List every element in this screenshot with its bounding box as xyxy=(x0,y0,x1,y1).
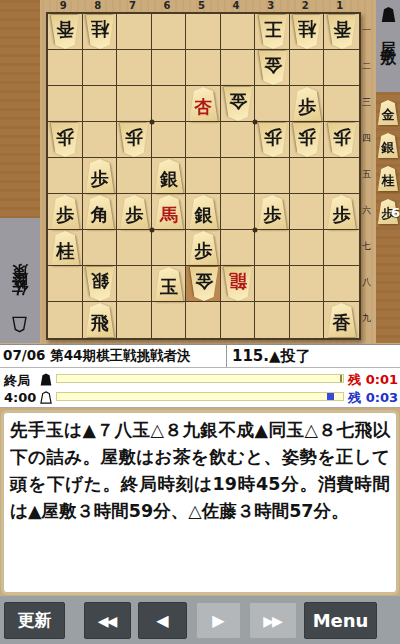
square-6九 xyxy=(152,302,187,338)
square-2九 xyxy=(290,302,325,338)
piece-gote-桂: 桂 xyxy=(84,15,115,49)
square-1七 xyxy=(324,230,359,266)
gote-bar-marker xyxy=(327,393,334,400)
piece-gote-歩: 歩 xyxy=(50,123,81,157)
board-area: 佐藤康 屋敷 金銀桂歩6 987654321 一二三四五六七八九 香桂王桂香金杏… xyxy=(0,0,400,343)
gote-time-bar xyxy=(56,392,344,401)
square-4一 xyxy=(221,14,256,50)
square-7七 xyxy=(117,230,152,266)
shogi-kifu-viewer: 佐藤康 屋敷 金銀桂歩6 987654321 一二三四五六七八九 香桂王桂香金杏… xyxy=(0,0,400,644)
piece-gote-桂: 桂 xyxy=(292,15,323,49)
black-piece-mark: ▲ xyxy=(269,347,281,365)
commentary-text: 先手玉は▲７八玉△８九銀不成▲同玉△８七飛以下の詰み。屋敷はお茶を飲むと、姿勢を… xyxy=(1,410,399,595)
square-3九 xyxy=(255,302,290,338)
square-9二 xyxy=(48,50,83,86)
piece-sente-歩: 歩 xyxy=(326,195,357,229)
square-7八 xyxy=(117,266,152,302)
control-bar: 更新 ◀◀ ◀ ▶ ▶▶ Menu xyxy=(0,596,400,644)
piece-sente-飛: 飛 xyxy=(84,303,115,337)
piece-sente-歩: 歩 xyxy=(257,195,288,229)
piece-sente-角: 角 xyxy=(84,195,115,229)
square-4二 xyxy=(221,50,256,86)
piece-gote-銀: 銀 xyxy=(84,267,115,301)
step-forward-button[interactable]: ▶ xyxy=(196,602,241,639)
square-1三 xyxy=(324,86,359,122)
piece-sente-銀: 銀 xyxy=(188,195,219,229)
square-5五 xyxy=(186,158,221,194)
square-4七 xyxy=(221,230,256,266)
square-7二 xyxy=(117,50,152,86)
file-label: 7 xyxy=(115,0,150,11)
gote-player-name: 佐藤康 xyxy=(12,288,28,309)
square-4九 xyxy=(221,302,256,338)
square-9三 xyxy=(48,86,83,122)
square-1五 xyxy=(324,158,359,194)
piece-sente-銀: 銀 xyxy=(153,159,184,193)
square-4五 xyxy=(221,158,256,194)
square-6三 xyxy=(152,86,187,122)
sente-bar-marker xyxy=(340,375,342,382)
piece-sente-歩: 歩 xyxy=(119,195,150,229)
piece-sente-玉: 玉 xyxy=(153,267,184,301)
square-5四 xyxy=(186,122,221,158)
square-1八 xyxy=(324,266,359,302)
event-title: 07/06 第44期棋王戦挑戦者決 xyxy=(0,345,227,367)
piece-sente-歩: 歩 xyxy=(188,231,219,265)
captured-piece-金: 金 xyxy=(377,100,399,125)
square-8三 xyxy=(83,86,118,122)
sente-time-bar xyxy=(56,374,344,383)
menu-button[interactable]: Menu xyxy=(304,602,377,639)
piece-sente-桂: 桂 xyxy=(50,231,81,265)
file-label: 5 xyxy=(184,0,219,11)
square-5九 xyxy=(186,302,221,338)
piece-gote-王: 王 xyxy=(257,15,288,49)
black-piece-icon xyxy=(40,373,52,386)
gote-player-label: 佐藤康 xyxy=(0,218,40,343)
move-text: 投了 xyxy=(281,347,311,366)
move-status: 115.▲投了 xyxy=(227,347,400,366)
piece-gote-歩: 歩 xyxy=(257,123,288,157)
square-6一 xyxy=(152,14,187,50)
square-2五 xyxy=(290,158,325,194)
captured-piece-count: 6 xyxy=(391,205,400,220)
shogi-board: 香桂王桂香金杏金歩歩歩歩歩歩歩銀歩角歩馬銀歩歩桂歩銀玉金龍飛香 xyxy=(46,12,361,340)
file-label: 9 xyxy=(46,0,81,11)
square-4六 xyxy=(221,194,256,230)
square-7一 xyxy=(117,14,152,50)
piece-gote-歩: 歩 xyxy=(292,123,323,157)
fast-forward-button[interactable]: ▶▶ xyxy=(249,602,297,639)
square-2二 xyxy=(290,50,325,86)
square-7九 xyxy=(117,302,152,338)
captured-piece-銀: 銀 xyxy=(377,133,399,158)
square-2八 xyxy=(290,266,325,302)
file-label: 4 xyxy=(219,0,254,11)
file-label: 1 xyxy=(323,0,358,11)
step-back-button[interactable]: ◀ xyxy=(138,602,187,639)
refresh-button[interactable]: 更新 xyxy=(4,602,65,639)
rewind-button[interactable]: ◀◀ xyxy=(84,602,131,639)
square-2六 xyxy=(290,194,325,230)
sente-player-label: 屋敷 xyxy=(376,0,400,92)
file-label: 3 xyxy=(253,0,288,11)
white-piece-icon xyxy=(13,316,28,333)
gote-clock-row: 4:00 残 0:03 xyxy=(0,388,400,406)
square-8四 xyxy=(83,122,118,158)
file-label: 6 xyxy=(150,0,185,11)
square-6四 xyxy=(152,122,187,158)
gote-captured-tray xyxy=(0,0,40,218)
square-7三 xyxy=(117,86,152,122)
square-8七 xyxy=(83,230,118,266)
square-9五 xyxy=(48,158,83,194)
piece-gote-歩: 歩 xyxy=(119,123,150,157)
piece-sente-杏: 杏 xyxy=(188,87,219,121)
square-6七 xyxy=(152,230,187,266)
sente-player-name: 屋敷 xyxy=(380,28,396,44)
piece-sente-馬: 馬 xyxy=(153,195,184,229)
piece-gote-金: 金 xyxy=(188,267,219,301)
square-8二 xyxy=(83,50,118,86)
square-7五 xyxy=(117,158,152,194)
square-2七 xyxy=(290,230,325,266)
piece-gote-歩: 歩 xyxy=(326,123,357,157)
sente-clock-row: 終局 残 0:01 xyxy=(0,370,400,388)
square-6二 xyxy=(152,50,187,86)
info-bar: 07/06 第44期棋王戦挑戦者決 115.▲投了 xyxy=(0,344,400,368)
square-3五 xyxy=(255,158,290,194)
square-3八 xyxy=(255,266,290,302)
sente-remaining-time: 残 0:01 xyxy=(348,371,398,389)
gote-remaining-time: 残 0:03 xyxy=(348,389,398,407)
square-5二 xyxy=(186,50,221,86)
square-1二 xyxy=(324,50,359,86)
white-piece-icon xyxy=(40,391,52,404)
piece-gote-香: 香 xyxy=(326,15,357,49)
piece-gote-金: 金 xyxy=(223,87,254,121)
square-9九 xyxy=(48,302,83,338)
clock-area: 終局 残 0:01 4:00 残 0:03 xyxy=(0,368,400,408)
square-3七 xyxy=(255,230,290,266)
hoshi-dot xyxy=(149,120,154,125)
piece-sente-歩: 歩 xyxy=(50,195,81,229)
piece-sente-香: 香 xyxy=(326,303,357,337)
file-label: 2 xyxy=(288,0,323,11)
piece-gote-龍: 龍 xyxy=(223,267,254,301)
piece-gote-金: 金 xyxy=(257,51,288,85)
file-label: 8 xyxy=(81,0,116,11)
square-4四 xyxy=(221,122,256,158)
black-piece-icon xyxy=(381,6,396,23)
square-5一 xyxy=(186,14,221,50)
piece-sente-歩: 歩 xyxy=(84,159,115,193)
gote-clock-label: 4:00 xyxy=(4,390,36,405)
sente-captured-tray: 金銀桂歩6 xyxy=(376,92,400,343)
move-number: 115. xyxy=(232,347,269,365)
square-3三 xyxy=(255,86,290,122)
piece-sente-歩: 歩 xyxy=(292,87,323,121)
square-9八 xyxy=(48,266,83,302)
piece-gote-香: 香 xyxy=(50,15,81,49)
file-labels: 987654321 xyxy=(46,0,357,11)
captured-piece-桂: 桂 xyxy=(377,166,399,191)
